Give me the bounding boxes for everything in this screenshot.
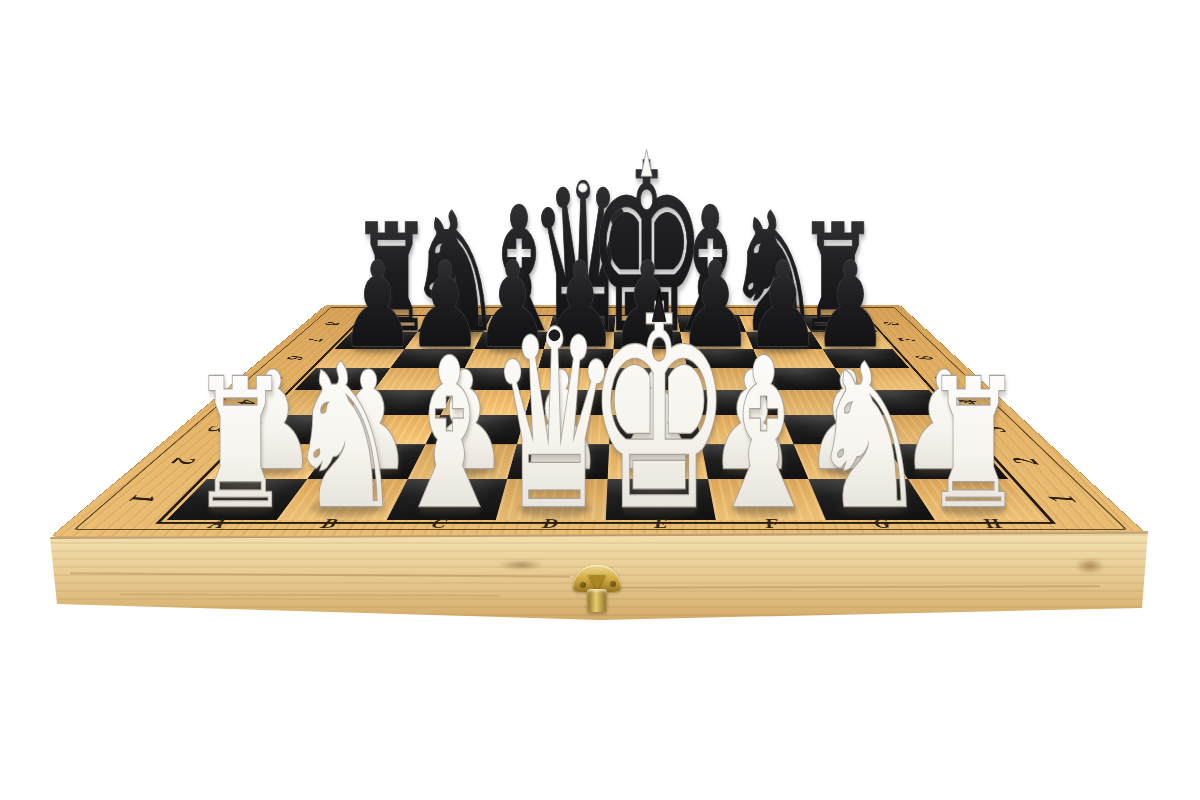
chess-set-photo: ABCDEFGH 1122334455667788: [0, 0, 1200, 800]
piece-white-rook-a1[interactable]: ♜: [191, 342, 290, 549]
white-queen-finial-ball: [549, 330, 560, 341]
piece-white-knight-g1[interactable]: ♞: [810, 322, 927, 553]
piece-white-rook-h1[interactable]: ♜: [924, 342, 1023, 549]
piece-white-bishop-f1[interactable]: ♝: [706, 314, 821, 556]
piece-white-knight-b1[interactable]: ♞: [286, 322, 403, 553]
pieces-layer: ♜♞♝♛♚♝♞♜♟♟♟♟♟♟♟♟♟♟♟♟♟♟♟♟♜♞♝♛♚♝♞♜: [0, 0, 1200, 800]
